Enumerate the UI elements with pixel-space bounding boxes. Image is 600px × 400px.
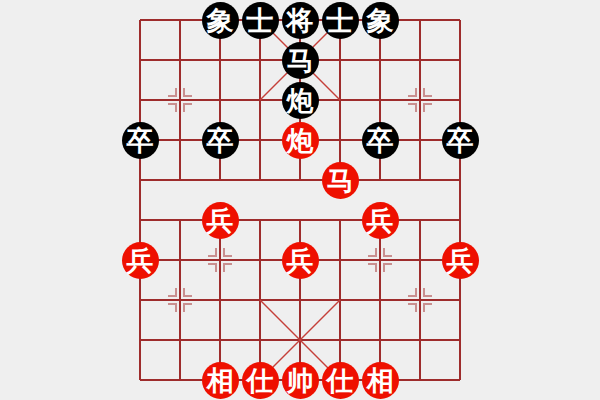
red-elephant[interactable]: 相 bbox=[362, 362, 399, 399]
black-elephant[interactable]: 象 bbox=[362, 2, 399, 39]
red-horse[interactable]: 马 bbox=[322, 162, 359, 199]
black-pawn[interactable]: 卒 bbox=[202, 122, 239, 159]
red-pawn[interactable]: 兵 bbox=[282, 242, 319, 279]
red-advisor[interactable]: 仕 bbox=[322, 362, 359, 399]
red-advisor[interactable]: 仕 bbox=[242, 362, 279, 399]
black-pawn[interactable]: 卒 bbox=[122, 122, 159, 159]
black-general[interactable]: 将 bbox=[282, 2, 319, 39]
red-pawn[interactable]: 兵 bbox=[442, 242, 479, 279]
red-elephant[interactable]: 相 bbox=[202, 362, 239, 399]
red-cannon[interactable]: 炮 bbox=[282, 122, 319, 159]
black-pawn[interactable]: 卒 bbox=[442, 122, 479, 159]
black-pawn[interactable]: 卒 bbox=[362, 122, 399, 159]
black-advisor[interactable]: 士 bbox=[242, 2, 279, 39]
black-advisor[interactable]: 士 bbox=[322, 2, 359, 39]
black-horse[interactable]: 马 bbox=[282, 42, 319, 79]
pieces-layer: 象士将士象马炮卒卒炮卒卒马兵兵兵兵兵相仕帅仕相 bbox=[0, 0, 600, 400]
red-pawn[interactable]: 兵 bbox=[362, 202, 399, 239]
black-elephant[interactable]: 象 bbox=[202, 2, 239, 39]
red-king[interactable]: 帅 bbox=[282, 362, 319, 399]
xiangqi-board: 象士将士象马炮卒卒炮卒卒马兵兵兵兵兵相仕帅仕相 bbox=[0, 0, 600, 400]
black-cannon[interactable]: 炮 bbox=[282, 82, 319, 119]
red-pawn[interactable]: 兵 bbox=[202, 202, 239, 239]
red-pawn[interactable]: 兵 bbox=[122, 242, 159, 279]
